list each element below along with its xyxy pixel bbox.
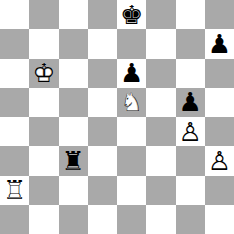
square-f2[interactable] — [146, 176, 175, 205]
square-f3[interactable] — [146, 146, 175, 175]
square-e4[interactable] — [117, 117, 146, 146]
square-c4[interactable] — [59, 117, 88, 146]
square-d8[interactable] — [88, 0, 117, 29]
square-h6[interactable] — [205, 59, 234, 88]
square-g2[interactable] — [176, 176, 205, 205]
square-f8[interactable] — [146, 0, 175, 29]
square-e6[interactable]: ♟ — [117, 59, 146, 88]
square-d5[interactable] — [88, 88, 117, 117]
square-c2[interactable] — [59, 176, 88, 205]
square-c5[interactable] — [59, 88, 88, 117]
square-b4[interactable] — [29, 117, 58, 146]
white-pawn-icon: ♟♙ — [176, 117, 205, 146]
white-rook-icon: ♜♖ — [0, 176, 29, 205]
black-pawn-icon: ♟ — [176, 88, 205, 117]
square-e7[interactable] — [117, 29, 146, 58]
square-f6[interactable] — [146, 59, 175, 88]
square-a1[interactable] — [0, 205, 29, 234]
square-g3[interactable] — [176, 146, 205, 175]
square-c3[interactable]: ♜ — [59, 146, 88, 175]
square-h2[interactable] — [205, 176, 234, 205]
square-c8[interactable] — [59, 0, 88, 29]
black-king-icon: ♚ — [117, 0, 146, 29]
square-f1[interactable] — [146, 205, 175, 234]
square-e5[interactable]: ♞♘ — [117, 88, 146, 117]
square-c6[interactable] — [59, 59, 88, 88]
square-b3[interactable] — [29, 146, 58, 175]
square-f7[interactable] — [146, 29, 175, 58]
square-g5[interactable]: ♟ — [176, 88, 205, 117]
square-b6[interactable]: ♚♔ — [29, 59, 58, 88]
square-h4[interactable] — [205, 117, 234, 146]
white-king-icon: ♚♔ — [29, 59, 58, 88]
square-h5[interactable] — [205, 88, 234, 117]
square-d2[interactable] — [88, 176, 117, 205]
square-a4[interactable] — [0, 117, 29, 146]
square-e1[interactable] — [117, 205, 146, 234]
square-g8[interactable] — [176, 0, 205, 29]
square-a2[interactable]: ♜♖ — [0, 176, 29, 205]
square-g1[interactable] — [176, 205, 205, 234]
black-pawn-icon: ♟ — [117, 59, 146, 88]
square-d1[interactable] — [88, 205, 117, 234]
square-g7[interactable] — [176, 29, 205, 58]
black-rook-icon: ♜ — [59, 146, 88, 175]
square-d6[interactable] — [88, 59, 117, 88]
square-d4[interactable] — [88, 117, 117, 146]
square-h8[interactable] — [205, 0, 234, 29]
white-knight-icon: ♞♘ — [117, 88, 146, 117]
square-e2[interactable] — [117, 176, 146, 205]
square-e3[interactable] — [117, 146, 146, 175]
square-g4[interactable]: ♟♙ — [176, 117, 205, 146]
square-b2[interactable] — [29, 176, 58, 205]
square-d7[interactable] — [88, 29, 117, 58]
square-a7[interactable] — [0, 29, 29, 58]
square-f4[interactable] — [146, 117, 175, 146]
square-h7[interactable]: ♟ — [205, 29, 234, 58]
square-g6[interactable] — [176, 59, 205, 88]
square-f5[interactable] — [146, 88, 175, 117]
square-h1[interactable] — [205, 205, 234, 234]
chess-board: ♚♟♚♔♟♞♘♟♟♙♜♟♙♜♖ — [0, 0, 234, 234]
square-a8[interactable] — [0, 0, 29, 29]
square-b7[interactable] — [29, 29, 58, 58]
square-a3[interactable] — [0, 146, 29, 175]
square-c7[interactable] — [59, 29, 88, 58]
square-c1[interactable] — [59, 205, 88, 234]
square-a6[interactable] — [0, 59, 29, 88]
square-h3[interactable]: ♟♙ — [205, 146, 234, 175]
black-pawn-icon: ♟ — [205, 29, 234, 58]
square-d3[interactable] — [88, 146, 117, 175]
square-b5[interactable] — [29, 88, 58, 117]
square-a5[interactable] — [0, 88, 29, 117]
square-e8[interactable]: ♚ — [117, 0, 146, 29]
square-b8[interactable] — [29, 0, 58, 29]
white-pawn-icon: ♟♙ — [205, 146, 234, 175]
square-b1[interactable] — [29, 205, 58, 234]
